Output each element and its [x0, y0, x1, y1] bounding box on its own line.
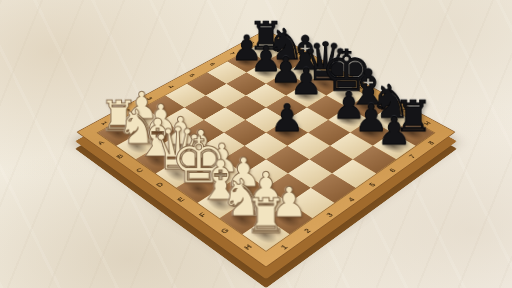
black-pawn-icon: ♟: [270, 99, 304, 137]
scene: ♜♞♝♛♚♝♞♜♟♟♟♟♟♟♟♟♟♟♟♟♟♟♟♟♜♞♝♛♚♝♞♜ AABBCCD…: [0, 0, 512, 288]
black-pawn-icon: ♟: [290, 64, 322, 100]
white-rook-icon: ♜: [244, 191, 287, 239]
black-pawn-icon: ♟: [377, 112, 411, 150]
square-e5[interactable]: ♟: [266, 120, 308, 146]
